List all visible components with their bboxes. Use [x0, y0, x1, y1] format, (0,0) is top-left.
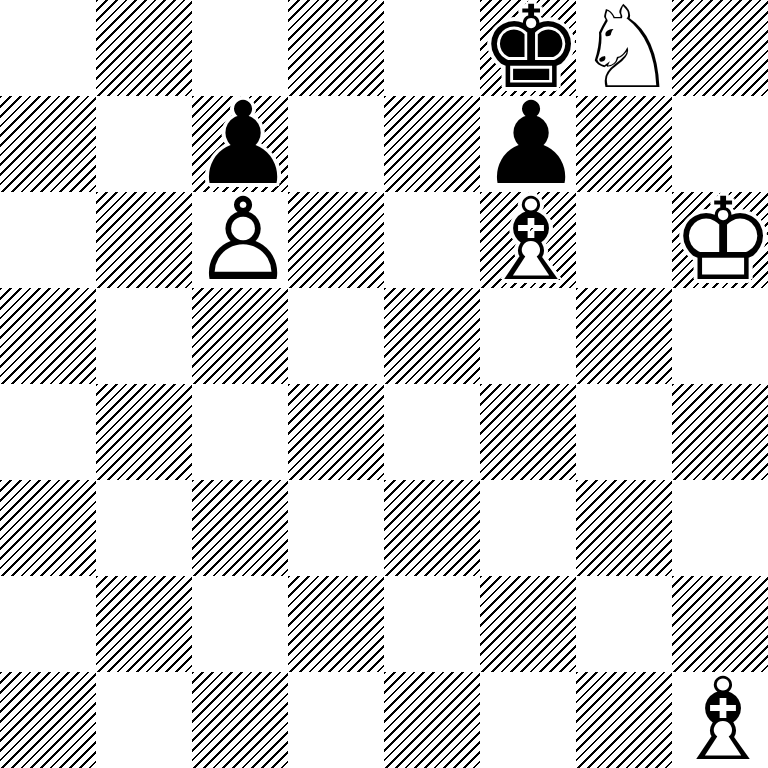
chess-board: ♚♚♞♘♟♟♟♟♟♙♝♗♚♔♝♗ [0, 0, 768, 768]
square-b6[interactable] [96, 192, 192, 288]
square-h5[interactable] [672, 288, 768, 384]
square-c8[interactable] [192, 0, 288, 96]
white-bishop-piece[interactable]: ♗ [480, 192, 582, 288]
square-e8[interactable] [384, 0, 480, 96]
square-g3[interactable] [576, 480, 672, 576]
square-g5[interactable] [576, 288, 672, 384]
square-d1[interactable] [288, 672, 384, 768]
square-a3[interactable] [0, 480, 96, 576]
square-d8[interactable] [288, 0, 384, 96]
white-bishop-piece[interactable]: ♗ [672, 672, 768, 768]
white-bishop-silhouette: ♝ [480, 192, 582, 288]
square-d4[interactable] [288, 384, 384, 480]
white-pawn-silhouette: ♟ [192, 192, 294, 288]
square-h4[interactable] [672, 384, 768, 480]
square-e2[interactable] [384, 576, 480, 672]
square-e6[interactable] [384, 192, 480, 288]
square-g2[interactable] [576, 576, 672, 672]
square-d6[interactable] [288, 192, 384, 288]
white-king-silhouette: ♚ [672, 192, 768, 288]
square-b3[interactable] [96, 480, 192, 576]
square-c5[interactable] [192, 288, 288, 384]
square-c3[interactable] [192, 480, 288, 576]
square-a4[interactable] [0, 384, 96, 480]
square-e3[interactable] [384, 480, 480, 576]
square-a8[interactable] [0, 0, 96, 96]
square-g6[interactable] [576, 192, 672, 288]
square-c4[interactable] [192, 384, 288, 480]
square-f7[interactable]: ♟♟ [480, 96, 576, 192]
black-pawn-silhouette: ♟ [480, 96, 582, 192]
black-pawn-piece[interactable]: ♟ [192, 96, 294, 192]
square-f1[interactable] [480, 672, 576, 768]
square-d2[interactable] [288, 576, 384, 672]
square-f3[interactable] [480, 480, 576, 576]
square-b7[interactable] [96, 96, 192, 192]
white-bishop-silhouette: ♝ [672, 672, 768, 768]
square-c6[interactable]: ♟♙ [192, 192, 288, 288]
square-f4[interactable] [480, 384, 576, 480]
white-knight-silhouette: ♞ [576, 0, 678, 96]
square-g8[interactable]: ♞♘ [576, 0, 672, 96]
square-h6[interactable]: ♚♔ [672, 192, 768, 288]
square-f8[interactable]: ♚♚ [480, 0, 576, 96]
square-e4[interactable] [384, 384, 480, 480]
square-f5[interactable] [480, 288, 576, 384]
white-knight-piece[interactable]: ♘ [576, 0, 678, 96]
square-d5[interactable] [288, 288, 384, 384]
square-d3[interactable] [288, 480, 384, 576]
square-f2[interactable] [480, 576, 576, 672]
square-e5[interactable] [384, 288, 480, 384]
square-h3[interactable] [672, 480, 768, 576]
square-f6[interactable]: ♝♗ [480, 192, 576, 288]
square-a2[interactable] [0, 576, 96, 672]
square-d7[interactable] [288, 96, 384, 192]
black-pawn-silhouette: ♟ [192, 96, 294, 192]
square-a1[interactable] [0, 672, 96, 768]
square-g1[interactable] [576, 672, 672, 768]
square-b5[interactable] [96, 288, 192, 384]
square-h2[interactable] [672, 576, 768, 672]
square-c7[interactable]: ♟♟ [192, 96, 288, 192]
square-h8[interactable] [672, 0, 768, 96]
square-b4[interactable] [96, 384, 192, 480]
square-c1[interactable] [192, 672, 288, 768]
square-e7[interactable] [384, 96, 480, 192]
square-g7[interactable] [576, 96, 672, 192]
square-b8[interactable] [96, 0, 192, 96]
square-a7[interactable] [0, 96, 96, 192]
square-h7[interactable] [672, 96, 768, 192]
square-a6[interactable] [0, 192, 96, 288]
black-king-piece[interactable]: ♚ [480, 0, 582, 96]
square-a5[interactable] [0, 288, 96, 384]
square-h1[interactable]: ♝♗ [672, 672, 768, 768]
white-pawn-piece[interactable]: ♙ [192, 192, 294, 288]
square-c2[interactable] [192, 576, 288, 672]
black-king-silhouette: ♚ [480, 0, 582, 96]
white-king-piece[interactable]: ♔ [672, 192, 768, 288]
square-g4[interactable] [576, 384, 672, 480]
square-e1[interactable] [384, 672, 480, 768]
square-b2[interactable] [96, 576, 192, 672]
black-pawn-piece[interactable]: ♟ [480, 96, 582, 192]
square-b1[interactable] [96, 672, 192, 768]
